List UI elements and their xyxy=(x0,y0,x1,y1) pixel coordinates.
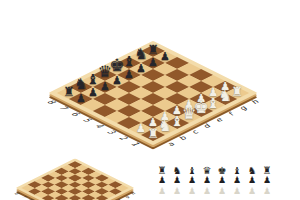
tray-piece-black-p[interactable]: ♟ xyxy=(188,176,196,185)
tray-piece-black-r[interactable]: ♜ xyxy=(158,166,167,176)
tray-piece-black-p[interactable]: ♟ xyxy=(173,176,181,185)
tray-piece-black-k[interactable]: ♚ xyxy=(218,166,227,176)
tray-piece-white-p[interactable]: ♟ xyxy=(203,187,211,196)
tray-piece-white-p[interactable]: ♟ xyxy=(158,187,166,196)
tray-piece-black-b[interactable]: ♝ xyxy=(233,166,242,176)
tray-piece-white-p[interactable]: ♟ xyxy=(173,187,181,196)
tray-piece-black-p[interactable]: ♟ xyxy=(248,176,256,185)
tray-piece-black-p[interactable]: ♟ xyxy=(233,176,241,185)
tray-piece-black-p[interactable]: ♟ xyxy=(203,176,211,185)
tray-piece-white-p[interactable]: ♟ xyxy=(233,187,241,196)
piece-tray: ♜♞♝♛♚♝♞♜♟♟♟♟♟♟♟♟♟♟♟♟♟♟♟♟ xyxy=(0,0,300,200)
tray-piece-white-p[interactable]: ♟ xyxy=(248,187,256,196)
tray-piece-white-p[interactable]: ♟ xyxy=(218,187,226,196)
tray-piece-white-p[interactable]: ♟ xyxy=(263,187,271,196)
tray-piece-black-q[interactable]: ♛ xyxy=(203,166,212,176)
tray-piece-black-n[interactable]: ♞ xyxy=(173,166,182,176)
tray-piece-black-n[interactable]: ♞ xyxy=(248,166,257,176)
tray-piece-white-p[interactable]: ♟ xyxy=(188,187,196,196)
tray-piece-black-r[interactable]: ♜ xyxy=(263,166,272,176)
isometric-chess-illustration: 87654321abcdefgh 87654321abcdefgh ♜♞♟♝♟♚… xyxy=(0,0,300,200)
tray-piece-black-p[interactable]: ♟ xyxy=(158,176,166,185)
tray-piece-black-p[interactable]: ♟ xyxy=(263,176,271,185)
tray-piece-black-p[interactable]: ♟ xyxy=(218,176,226,185)
tray-piece-black-b[interactable]: ♝ xyxy=(188,166,197,176)
